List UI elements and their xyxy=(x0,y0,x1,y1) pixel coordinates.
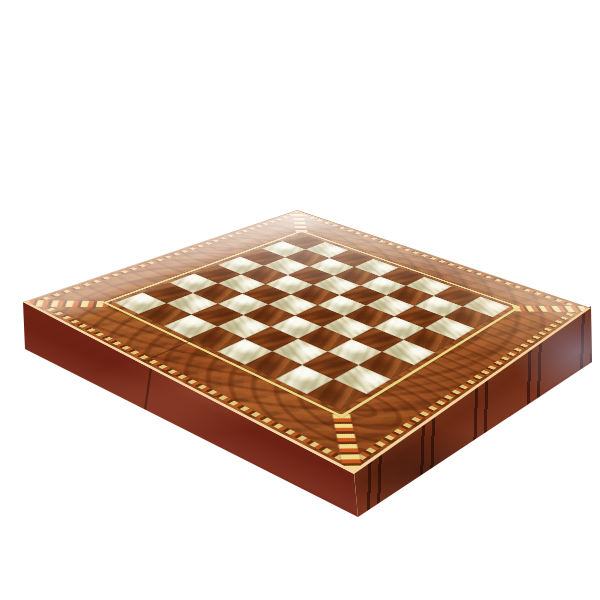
corner-chevron-inlay-near xyxy=(332,414,364,474)
board-top xyxy=(23,210,591,474)
fold-seam-top xyxy=(142,339,193,362)
photo-canvas xyxy=(0,0,600,600)
corner-chevron-inlay-right xyxy=(512,305,591,312)
fold-seam-side xyxy=(143,362,152,416)
corner-chevron-inlay-left xyxy=(23,300,112,307)
